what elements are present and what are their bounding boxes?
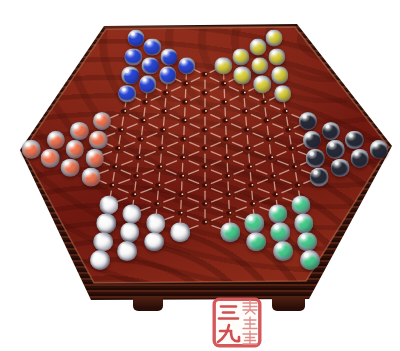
marble-blue[interactable]	[144, 39, 161, 56]
marble-blue[interactable]	[161, 48, 178, 65]
marble-orange-red[interactable]	[89, 131, 107, 149]
marble-orange-red[interactable]	[41, 149, 60, 168]
marble-yellow[interactable]	[234, 66, 252, 84]
marble-black[interactable]	[369, 140, 388, 159]
marble-green[interactable]	[271, 222, 291, 242]
marble-green[interactable]	[273, 241, 293, 261]
marble-blue[interactable]	[125, 48, 142, 65]
marble-orange-red[interactable]	[66, 140, 85, 159]
marble-orange-red[interactable]	[70, 121, 88, 139]
marble-white-clear[interactable]	[96, 213, 116, 233]
marble-orange-red[interactable]	[22, 140, 41, 159]
chinese-checkers-photo: 三九養生堂	[0, 0, 400, 351]
marble-black[interactable]	[350, 149, 369, 168]
marble-orange-red[interactable]	[47, 131, 65, 149]
marble-yellow[interactable]	[274, 85, 292, 103]
marble-blue[interactable]	[139, 75, 157, 93]
marble-blue[interactable]	[178, 57, 195, 74]
marble-blue[interactable]	[159, 66, 177, 84]
marbles-layer	[0, 0, 400, 351]
marble-orange-red[interactable]	[93, 112, 111, 130]
marble-yellow[interactable]	[232, 48, 249, 65]
marble-green[interactable]	[246, 232, 266, 252]
marble-green[interactable]	[291, 195, 310, 214]
marble-blue[interactable]	[128, 30, 145, 47]
marble-white-clear[interactable]	[99, 195, 118, 214]
marble-blue[interactable]	[122, 66, 140, 84]
marble-white-clear[interactable]	[146, 213, 166, 233]
marble-green[interactable]	[300, 250, 320, 270]
maker-seal	[212, 297, 262, 348]
marble-yellow[interactable]	[253, 75, 271, 93]
marble-yellow[interactable]	[251, 57, 268, 74]
marble-yellow[interactable]	[215, 57, 232, 74]
marble-white-clear[interactable]	[117, 241, 137, 261]
marble-orange-red[interactable]	[85, 149, 104, 168]
marble-white-clear[interactable]	[144, 232, 164, 252]
marble-black[interactable]	[306, 149, 325, 168]
marble-blue[interactable]	[141, 57, 158, 74]
marble-black[interactable]	[322, 121, 340, 139]
marble-white-clear[interactable]	[122, 204, 141, 223]
marble-orange-red[interactable]	[81, 167, 100, 186]
marble-white-clear[interactable]	[120, 222, 140, 242]
marble-black[interactable]	[326, 140, 345, 159]
marble-yellow[interactable]	[265, 30, 282, 47]
marble-green[interactable]	[245, 213, 265, 233]
marble-black[interactable]	[345, 131, 363, 149]
marble-blue[interactable]	[118, 85, 136, 103]
marble-green[interactable]	[268, 204, 287, 223]
marble-black[interactable]	[299, 112, 317, 130]
marble-orange-red[interactable]	[61, 158, 80, 177]
marble-green[interactable]	[297, 232, 317, 252]
marble-white-clear[interactable]	[170, 222, 190, 242]
marble-white-clear[interactable]	[90, 250, 110, 270]
marble-yellow[interactable]	[271, 66, 289, 84]
marble-black[interactable]	[302, 131, 320, 149]
marble-yellow[interactable]	[268, 48, 285, 65]
marble-black[interactable]	[310, 167, 329, 186]
marble-black[interactable]	[330, 158, 349, 177]
marble-green[interactable]	[294, 213, 314, 233]
marble-green[interactable]	[220, 222, 240, 242]
marble-white-clear[interactable]	[93, 232, 113, 252]
marble-yellow[interactable]	[249, 39, 266, 56]
